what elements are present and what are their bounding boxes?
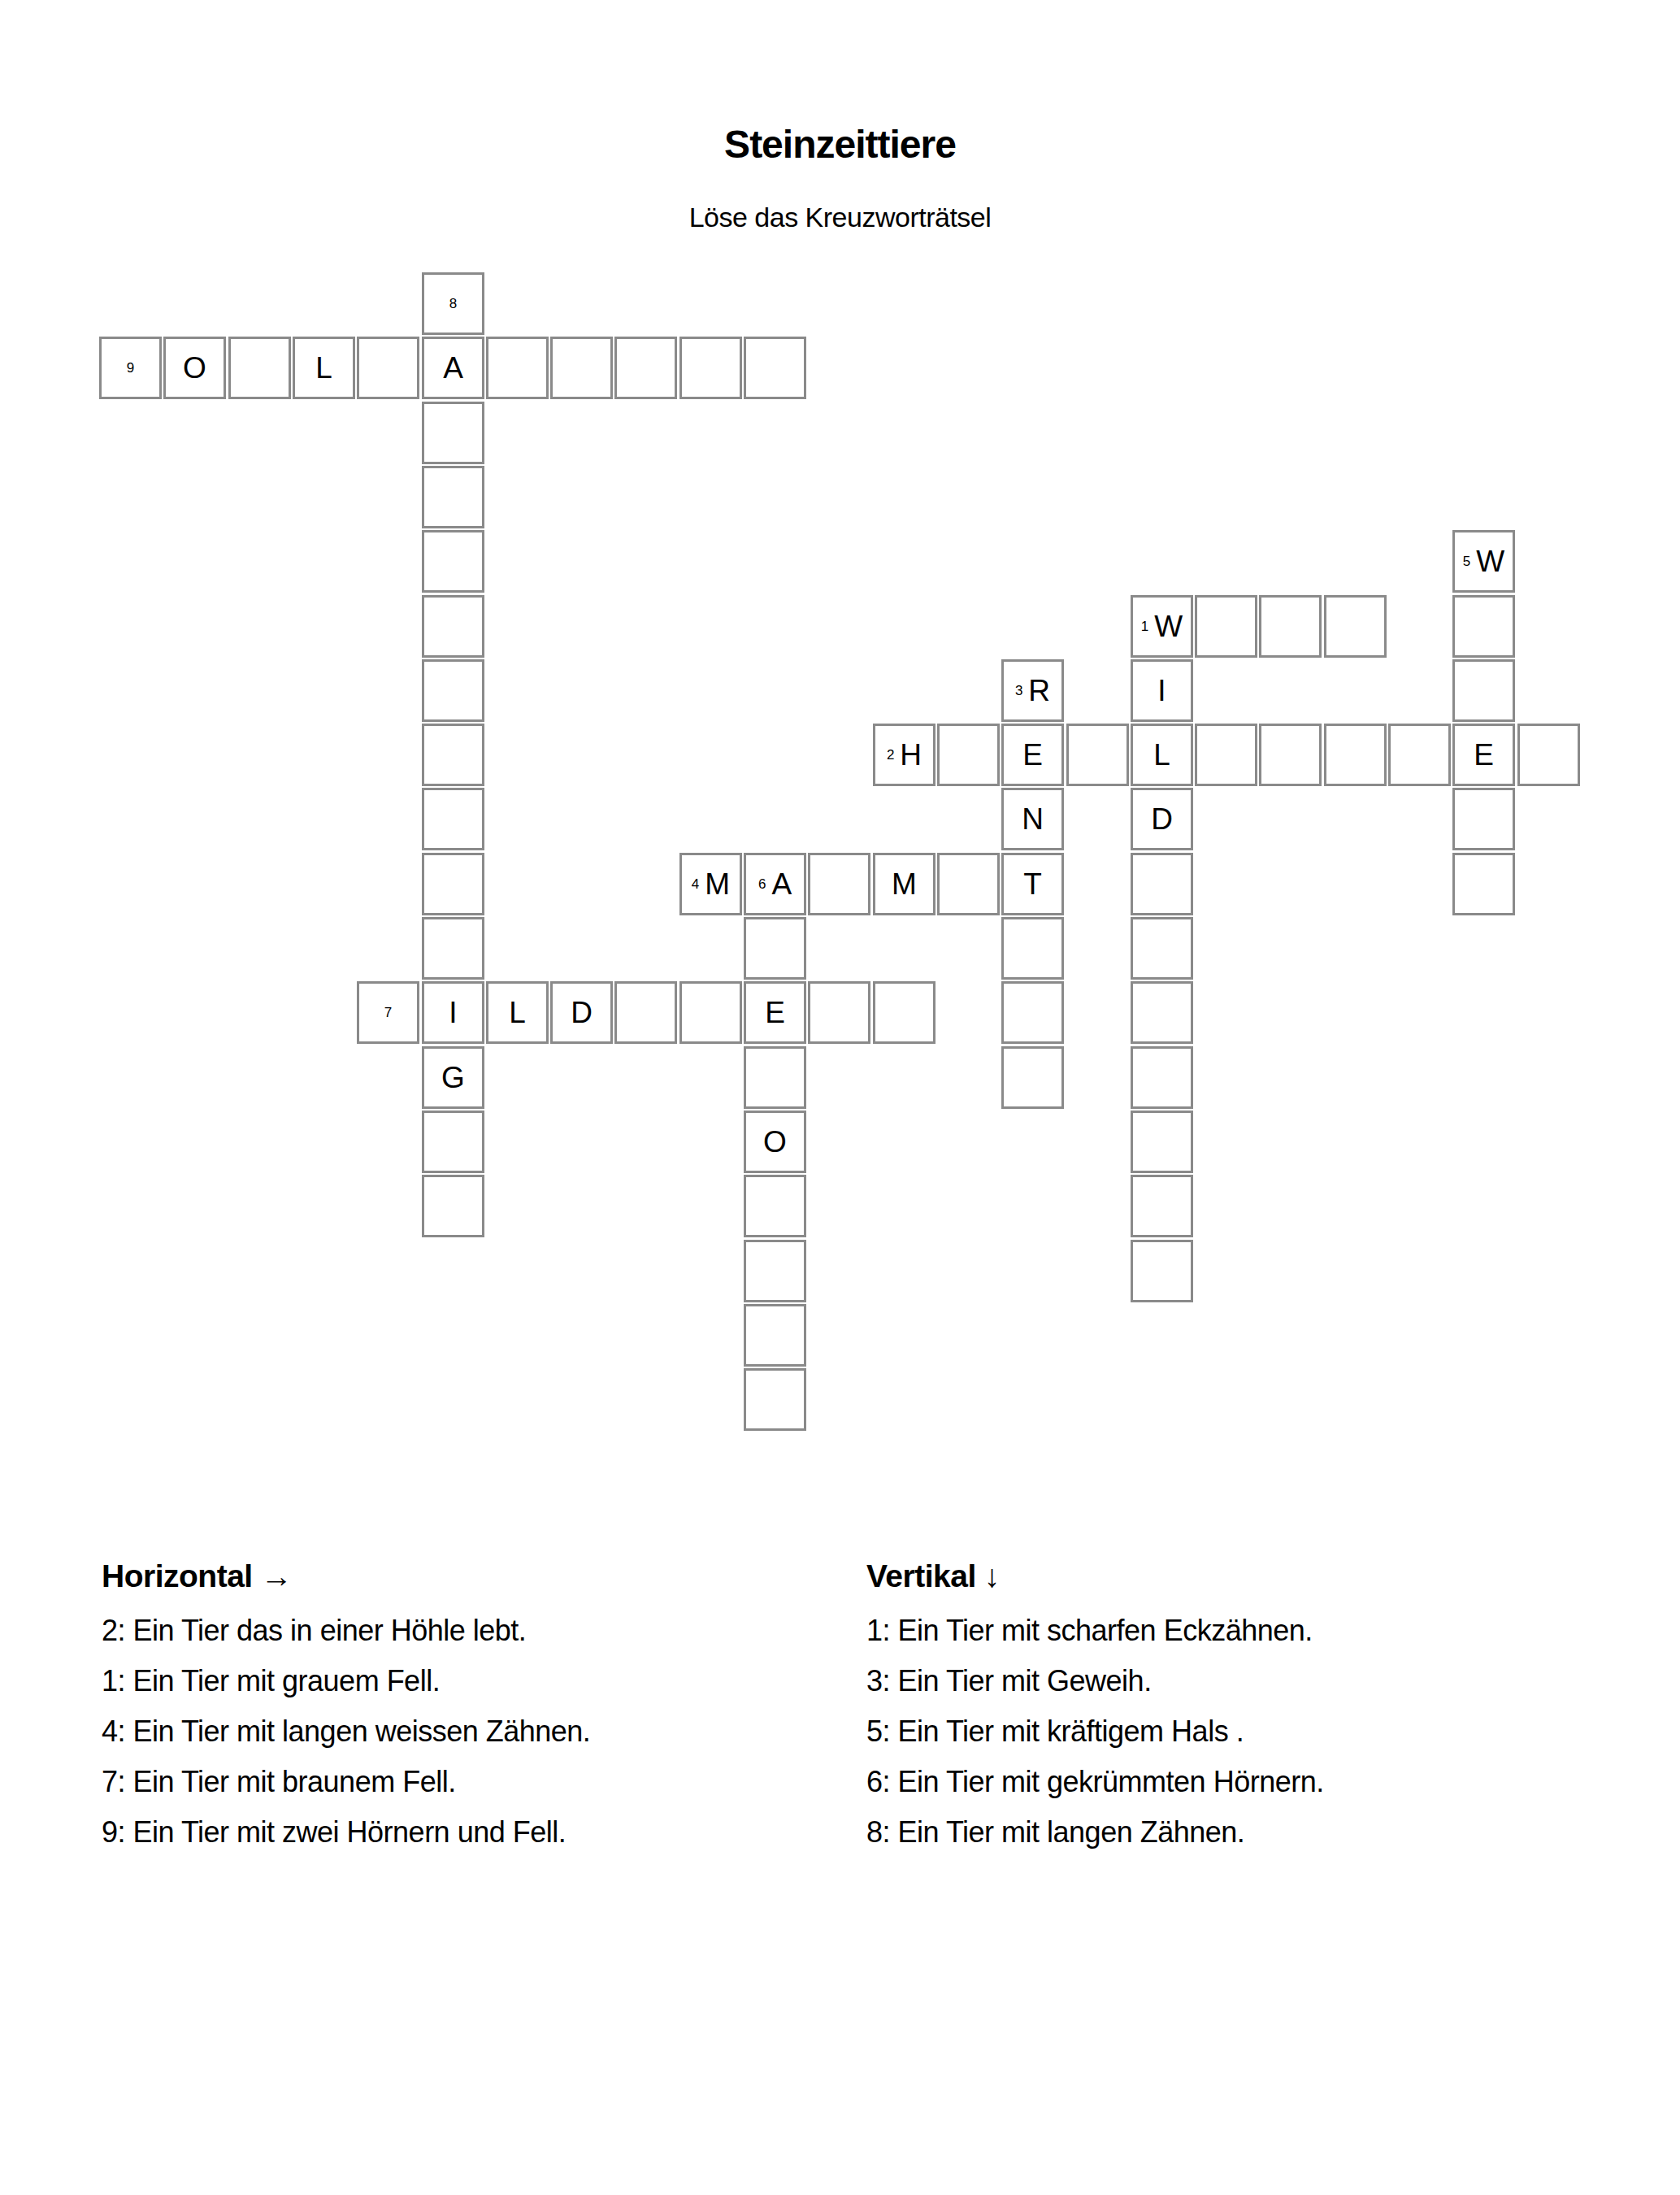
grid-cell[interactable]: D xyxy=(1131,788,1193,850)
clue-number: 1 xyxy=(1141,619,1148,633)
grid-cell[interactable]: O xyxy=(163,337,226,399)
grid-cell[interactable] xyxy=(614,337,677,399)
grid-cell[interactable]: 3R xyxy=(1001,659,1064,722)
grid-cell[interactable]: E xyxy=(1452,724,1515,786)
grid-cell[interactable] xyxy=(744,1046,806,1109)
cell-letter: E xyxy=(1022,740,1043,770)
cell-letter: N xyxy=(1022,804,1044,834)
grid-cell[interactable] xyxy=(1259,595,1322,658)
cell-letter: A xyxy=(443,353,463,383)
grid-cell[interactable] xyxy=(744,1304,806,1367)
grid-cell[interactable] xyxy=(1066,724,1129,786)
grid-cell[interactable]: 7 xyxy=(357,981,419,1044)
grid-cell[interactable]: 4M xyxy=(679,853,742,915)
cell-letter: A xyxy=(771,869,792,899)
horizontal-clues-section: Horizontal→ 2: Ein Tier das in einer Höh… xyxy=(102,1558,857,1858)
cell-letter: D xyxy=(571,998,593,1028)
grid-cell[interactable]: L xyxy=(486,981,549,1044)
grid-cell[interactable] xyxy=(808,981,870,1044)
horizontal-clues-header: Horizontal→ xyxy=(102,1558,857,1606)
grid-cell[interactable] xyxy=(1131,1046,1193,1109)
grid-cell[interactable] xyxy=(357,337,419,399)
cell-letter: D xyxy=(1151,804,1173,834)
page-subtitle: Löse das Kreuzworträtsel xyxy=(0,202,1680,233)
grid-cell[interactable] xyxy=(1131,981,1193,1044)
clue-item: 8: Ein Tier mit langen Zähnen. xyxy=(866,1807,1622,1858)
grid-cell[interactable] xyxy=(422,530,484,593)
grid-cell[interactable]: L xyxy=(1131,724,1193,786)
vertical-clues-section: Vertikal↓ 1: Ein Tier mit scharfen Eckzä… xyxy=(866,1558,1622,1858)
grid-cell[interactable] xyxy=(1452,788,1515,850)
cell-letter: L xyxy=(509,998,526,1028)
grid-cell[interactable]: E xyxy=(744,981,806,1044)
cell-letter: G xyxy=(441,1063,465,1093)
cell-letter: I xyxy=(1157,676,1166,706)
cell-letter: E xyxy=(1474,740,1494,770)
worksheet-page: Steinzeittiere Löse das Kreuzworträtsel … xyxy=(0,0,1680,2195)
cell-letter: L xyxy=(1153,740,1170,770)
grid-cell[interactable]: M xyxy=(873,853,936,915)
grid-cell[interactable] xyxy=(550,337,613,399)
cell-letter: M xyxy=(892,869,917,899)
vertical-clues-header: Vertikal↓ xyxy=(866,1558,1622,1606)
grid-cell[interactable] xyxy=(937,853,1000,915)
grid-cell[interactable] xyxy=(422,917,484,980)
clue-item: 1: Ein Tier mit scharfen Eckzähnen. xyxy=(866,1606,1622,1656)
grid-cell[interactable] xyxy=(1001,917,1064,980)
grid-cell[interactable]: D xyxy=(550,981,613,1044)
grid-cell[interactable] xyxy=(1452,595,1515,658)
cell-letter: I xyxy=(449,998,457,1028)
clue-item: 3: Ein Tier mit Geweih. xyxy=(866,1656,1622,1706)
grid-cell[interactable] xyxy=(873,981,936,1044)
grid-cell[interactable]: N xyxy=(1001,788,1064,850)
grid-cell[interactable]: 1W xyxy=(1131,595,1193,658)
clue-item: 5: Ein Tier mit kräftigem Hals . xyxy=(866,1706,1622,1757)
grid-cell[interactable]: T xyxy=(1001,853,1064,915)
cell-letter: H xyxy=(900,740,922,770)
grid-cell[interactable]: A xyxy=(422,337,484,399)
grid-cell[interactable]: 9 xyxy=(99,337,162,399)
grid-cell[interactable] xyxy=(744,917,806,980)
cell-letter: T xyxy=(1023,869,1042,899)
page-title: Steinzeittiere xyxy=(0,122,1680,167)
clue-number: 7 xyxy=(384,1006,392,1019)
grid-cell[interactable] xyxy=(422,1175,484,1237)
grid-cell[interactable]: E xyxy=(1001,724,1064,786)
clue-number: 5 xyxy=(1463,554,1470,568)
cell-letter: L xyxy=(315,353,332,383)
down-arrow-icon: ↓ xyxy=(984,1558,1000,1593)
clue-item: 7: Ein Tier mit braunem Fell. xyxy=(102,1757,857,1807)
grid-cell[interactable] xyxy=(1001,981,1064,1044)
grid-cell[interactable] xyxy=(1195,595,1257,658)
grid-cell[interactable] xyxy=(1517,724,1580,786)
grid-cell[interactable] xyxy=(422,659,484,722)
grid-cell[interactable] xyxy=(422,402,484,464)
grid-cell[interactable] xyxy=(1452,659,1515,722)
grid-cell[interactable]: 5W xyxy=(1452,530,1515,593)
clue-number: 6 xyxy=(758,877,766,891)
grid-cell[interactable] xyxy=(1131,917,1193,980)
clue-number: 9 xyxy=(127,361,134,375)
grid-cell[interactable] xyxy=(422,595,484,658)
grid-cell[interactable] xyxy=(422,788,484,850)
grid-cell[interactable] xyxy=(1195,724,1257,786)
clue-item: 4: Ein Tier mit langen weissen Zähnen. xyxy=(102,1706,857,1757)
grid-cell[interactable]: 2H xyxy=(873,724,936,786)
grid-cell[interactable] xyxy=(1131,1175,1193,1237)
grid-cell[interactable] xyxy=(744,1240,806,1302)
grid-cell[interactable]: I xyxy=(1131,659,1193,722)
clue-item: 2: Ein Tier das in einer Höhle lebt. xyxy=(102,1606,857,1656)
grid-cell[interactable]: L xyxy=(293,337,355,399)
grid-cell[interactable] xyxy=(614,981,677,1044)
grid-cell[interactable] xyxy=(679,981,742,1044)
grid-cell[interactable]: O xyxy=(744,1111,806,1173)
grid-cell[interactable] xyxy=(1131,1111,1193,1173)
grid-cell[interactable] xyxy=(228,337,291,399)
clue-number: 4 xyxy=(692,877,699,891)
cell-letter: M xyxy=(705,869,730,899)
grid-cell[interactable] xyxy=(486,337,549,399)
grid-cell[interactable] xyxy=(422,1111,484,1173)
grid-cell[interactable]: 8 xyxy=(422,272,484,335)
vertical-header-label: Vertikal xyxy=(866,1558,976,1593)
grid-cell[interactable] xyxy=(808,853,870,915)
grid-cell[interactable] xyxy=(1324,595,1387,658)
grid-cell[interactable] xyxy=(937,724,1000,786)
clue-number: 3 xyxy=(1015,684,1022,698)
grid-cell[interactable]: I xyxy=(422,981,484,1044)
grid-cell[interactable] xyxy=(1388,724,1451,786)
grid-cell[interactable] xyxy=(1131,1240,1193,1302)
cell-letter: E xyxy=(765,998,785,1028)
clue-number: 8 xyxy=(449,297,457,311)
grid-cell[interactable] xyxy=(1001,1046,1064,1109)
right-arrow-icon: → xyxy=(261,1558,293,1593)
grid-cell[interactable] xyxy=(1324,724,1387,786)
cell-letter: W xyxy=(1476,546,1504,576)
clue-item: 6: Ein Tier mit gekrümmten Hörnern. xyxy=(866,1757,1622,1807)
grid-cell[interactable] xyxy=(422,853,484,915)
grid-cell[interactable] xyxy=(744,1368,806,1431)
cell-letter: O xyxy=(183,353,206,383)
grid-cell[interactable]: 6A xyxy=(744,853,806,915)
horizontal-header-label: Horizontal xyxy=(102,1558,253,1593)
grid-cell[interactable] xyxy=(679,337,742,399)
cell-letter: W xyxy=(1154,611,1183,641)
grid-cell[interactable] xyxy=(744,337,806,399)
grid-cell[interactable] xyxy=(1452,853,1515,915)
grid-cell[interactable]: G xyxy=(422,1046,484,1109)
cell-letter: O xyxy=(763,1127,787,1157)
grid-cell[interactable] xyxy=(422,466,484,528)
grid-cell[interactable] xyxy=(744,1175,806,1237)
cell-letter: R xyxy=(1028,676,1050,706)
grid-cell[interactable] xyxy=(1259,724,1322,786)
clue-item: 1: Ein Tier mit grauem Fell. xyxy=(102,1656,857,1706)
grid-cell[interactable] xyxy=(422,724,484,786)
grid-cell[interactable] xyxy=(1131,853,1193,915)
clue-item: 9: Ein Tier mit zwei Hörnern und Fell. xyxy=(102,1807,857,1858)
clue-number: 2 xyxy=(887,748,894,762)
